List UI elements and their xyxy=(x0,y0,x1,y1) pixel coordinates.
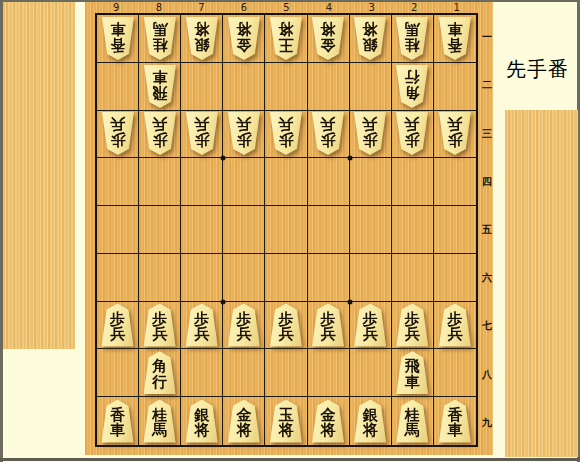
piece-kanji: 歩兵 xyxy=(110,312,125,343)
piece-kanji: 歩兵 xyxy=(278,116,293,147)
cell-2-2[interactable]: 角行 xyxy=(392,63,434,111)
shogi-piece-sente[interactable]: 歩兵 xyxy=(353,304,387,347)
cell-3-2[interactable] xyxy=(350,63,392,111)
piece-kanji: 桂馬 xyxy=(152,21,167,52)
shogi-piece-gote[interactable]: 王将 xyxy=(269,17,303,60)
rank-label-3: 三 xyxy=(479,109,495,157)
shogi-piece-gote[interactable]: 飛車 xyxy=(143,65,177,108)
cell-5-8[interactable] xyxy=(265,349,307,397)
cell-7-1[interactable]: 銀将 xyxy=(181,15,223,63)
piece-body: 歩兵 xyxy=(311,304,345,347)
cell-3-3[interactable]: 歩兵 xyxy=(350,111,392,159)
cell-9-4[interactable] xyxy=(97,158,139,206)
shogi-piece-sente[interactable]: 歩兵 xyxy=(311,304,345,347)
piece-body: 歩兵 xyxy=(395,304,429,347)
cell-1-5[interactable] xyxy=(434,206,476,254)
piece-body: 歩兵 xyxy=(227,304,261,347)
cell-7-9[interactable]: 銀将 xyxy=(181,397,223,445)
gote-komadai xyxy=(3,2,75,349)
shogi-piece-sente[interactable]: 玉将 xyxy=(269,400,303,443)
piece-body: 銀将 xyxy=(185,400,219,443)
piece-body: 歩兵 xyxy=(438,112,472,155)
piece-kanji: 銀将 xyxy=(363,21,378,52)
piece-body: 香車 xyxy=(438,17,472,60)
shogi-piece-gote[interactable]: 歩兵 xyxy=(185,112,219,155)
shogi-piece-gote[interactable]: 香車 xyxy=(438,17,472,60)
piece-body: 歩兵 xyxy=(269,112,303,155)
rank-label-2: 二 xyxy=(479,61,495,109)
piece-kanji: 歩兵 xyxy=(152,116,167,147)
piece-body: 金将 xyxy=(311,17,345,60)
piece-body: 金将 xyxy=(311,400,345,443)
cell-7-6[interactable] xyxy=(181,254,223,302)
shogi-piece-sente[interactable]: 歩兵 xyxy=(438,304,472,347)
piece-kanji: 金将 xyxy=(321,408,336,439)
piece-body: 金将 xyxy=(227,400,261,443)
shogi-piece-sente[interactable]: 歩兵 xyxy=(143,304,177,347)
piece-kanji: 飛車 xyxy=(152,69,167,100)
cell-3-8[interactable] xyxy=(350,349,392,397)
cell-7-4[interactable] xyxy=(181,158,223,206)
shogi-piece-sente[interactable]: 桂馬 xyxy=(395,400,429,443)
hoshi-dot xyxy=(221,156,226,161)
piece-kanji: 歩兵 xyxy=(405,116,420,147)
piece-kanji: 香車 xyxy=(110,21,125,52)
cell-3-6[interactable] xyxy=(350,254,392,302)
cell-9-5[interactable] xyxy=(97,206,139,254)
cell-7-3[interactable]: 歩兵 xyxy=(181,111,223,159)
piece-body: 王将 xyxy=(269,17,303,60)
piece-body: 歩兵 xyxy=(395,112,429,155)
cell-5-6[interactable] xyxy=(265,254,307,302)
shogi-piece-sente[interactable]: 香車 xyxy=(438,400,472,443)
piece-body: 桂馬 xyxy=(143,400,177,443)
piece-kanji: 歩兵 xyxy=(447,312,462,343)
piece-body: 香車 xyxy=(438,400,472,443)
piece-kanji: 歩兵 xyxy=(321,312,336,343)
cell-8-9[interactable]: 桂馬 xyxy=(139,397,181,445)
cell-6-7[interactable]: 歩兵 xyxy=(223,302,265,350)
cell-5-3[interactable]: 歩兵 xyxy=(265,111,307,159)
piece-kanji: 香車 xyxy=(447,21,462,52)
rank-label-6: 六 xyxy=(479,254,495,302)
piece-kanji: 歩兵 xyxy=(321,116,336,147)
cell-7-2[interactable] xyxy=(181,63,223,111)
cell-2-1[interactable]: 桂馬 xyxy=(392,15,434,63)
piece-body: 桂馬 xyxy=(395,400,429,443)
cell-5-2[interactable] xyxy=(265,63,307,111)
shogi-piece-sente[interactable]: 歩兵 xyxy=(185,304,219,347)
cell-6-4[interactable] xyxy=(223,158,265,206)
cell-3-9[interactable]: 銀将 xyxy=(350,397,392,445)
piece-kanji: 歩兵 xyxy=(194,116,209,147)
piece-body: 歩兵 xyxy=(269,304,303,347)
piece-kanji: 歩兵 xyxy=(236,116,251,147)
piece-body: 歩兵 xyxy=(353,112,387,155)
piece-kanji: 金将 xyxy=(236,21,251,52)
board-grid: 香車桂馬銀将金将王将金将銀将桂馬香車飛車角行歩兵歩兵歩兵歩兵歩兵歩兵歩兵歩兵歩兵… xyxy=(95,13,478,447)
shogi-piece-sente[interactable]: 歩兵 xyxy=(269,304,303,347)
cell-4-4[interactable] xyxy=(308,158,350,206)
shogi-piece-gote[interactable]: 歩兵 xyxy=(311,112,345,155)
shogi-board: 987654321 一二三四五六七八九 香車桂馬銀将金将王将金将銀将桂馬香車飛車… xyxy=(85,2,493,455)
cell-3-5[interactable] xyxy=(350,206,392,254)
cell-3-7[interactable]: 歩兵 xyxy=(350,302,392,350)
cell-1-7[interactable]: 歩兵 xyxy=(434,302,476,350)
cell-1-8[interactable] xyxy=(434,349,476,397)
cell-4-6[interactable] xyxy=(308,254,350,302)
cell-8-3[interactable]: 歩兵 xyxy=(139,111,181,159)
cell-5-1[interactable]: 王将 xyxy=(265,15,307,63)
piece-body: 玉将 xyxy=(269,400,303,443)
piece-kanji: 歩兵 xyxy=(194,312,209,343)
cell-1-6[interactable] xyxy=(434,254,476,302)
piece-kanji: 歩兵 xyxy=(405,312,420,343)
shogi-piece-sente[interactable]: 飛車 xyxy=(395,351,429,394)
shogi-piece-sente[interactable]: 香車 xyxy=(101,400,135,443)
cell-8-8[interactable]: 角行 xyxy=(139,349,181,397)
shogi-piece-sente[interactable]: 歩兵 xyxy=(395,304,429,347)
cell-1-3[interactable]: 歩兵 xyxy=(434,111,476,159)
shogi-piece-gote[interactable]: 金将 xyxy=(227,17,261,60)
cell-4-1[interactable]: 金将 xyxy=(308,15,350,63)
shogi-piece-gote[interactable]: 歩兵 xyxy=(395,112,429,155)
piece-kanji: 銀将 xyxy=(194,21,209,52)
piece-body: 歩兵 xyxy=(143,304,177,347)
cell-1-2[interactable] xyxy=(434,63,476,111)
piece-body: 歩兵 xyxy=(185,304,219,347)
cell-9-9[interactable]: 香車 xyxy=(97,397,139,445)
window-frame-bottom xyxy=(0,458,580,461)
cell-2-4[interactable] xyxy=(392,158,434,206)
cell-4-7[interactable]: 歩兵 xyxy=(308,302,350,350)
shogi-piece-sente[interactable]: 銀将 xyxy=(353,400,387,443)
shogi-piece-gote[interactable]: 香車 xyxy=(101,17,135,60)
cell-8-6[interactable] xyxy=(139,254,181,302)
cell-2-7[interactable]: 歩兵 xyxy=(392,302,434,350)
cell-8-1[interactable]: 桂馬 xyxy=(139,15,181,63)
piece-body: 香車 xyxy=(101,400,135,443)
cell-7-7[interactable]: 歩兵 xyxy=(181,302,223,350)
shogi-piece-gote[interactable]: 銀将 xyxy=(353,17,387,60)
cell-2-8[interactable]: 飛車 xyxy=(392,349,434,397)
piece-body: 歩兵 xyxy=(143,112,177,155)
piece-kanji: 金将 xyxy=(236,408,251,439)
piece-body: 飛車 xyxy=(143,65,177,108)
cell-9-6[interactable] xyxy=(97,254,139,302)
rank-label-1: 一 xyxy=(479,13,495,61)
piece-kanji: 銀将 xyxy=(363,408,378,439)
rank-label-5: 五 xyxy=(479,206,495,254)
cell-5-7[interactable]: 歩兵 xyxy=(265,302,307,350)
cell-6-5[interactable] xyxy=(223,206,265,254)
shogi-piece-gote[interactable]: 金将 xyxy=(311,17,345,60)
cell-5-5[interactable] xyxy=(265,206,307,254)
cell-2-3[interactable]: 歩兵 xyxy=(392,111,434,159)
piece-kanji: 玉将 xyxy=(278,408,293,439)
piece-body: 角行 xyxy=(143,351,177,394)
piece-kanji: 銀将 xyxy=(194,408,209,439)
shogi-piece-gote[interactable]: 銀将 xyxy=(185,17,219,60)
piece-kanji: 桂馬 xyxy=(405,21,420,52)
piece-kanji: 桂馬 xyxy=(405,408,420,439)
shogi-piece-sente[interactable]: 銀将 xyxy=(185,400,219,443)
cell-4-3[interactable]: 歩兵 xyxy=(308,111,350,159)
piece-kanji: 香車 xyxy=(447,408,462,439)
piece-kanji: 王将 xyxy=(278,21,293,52)
cell-6-3[interactable]: 歩兵 xyxy=(223,111,265,159)
cell-5-9[interactable]: 玉将 xyxy=(265,397,307,445)
piece-body: 歩兵 xyxy=(438,304,472,347)
cell-8-7[interactable]: 歩兵 xyxy=(139,302,181,350)
shogi-piece-gote[interactable]: 歩兵 xyxy=(438,112,472,155)
cell-6-6[interactable] xyxy=(223,254,265,302)
cell-1-4[interactable] xyxy=(434,158,476,206)
cell-6-2[interactable] xyxy=(223,63,265,111)
piece-kanji: 歩兵 xyxy=(110,116,125,147)
cell-3-4[interactable] xyxy=(350,158,392,206)
shogi-piece-gote[interactable]: 桂馬 xyxy=(143,17,177,60)
piece-body: 銀将 xyxy=(353,400,387,443)
rank-labels: 一二三四五六七八九 xyxy=(479,13,495,447)
cell-1-1[interactable]: 香車 xyxy=(434,15,476,63)
cell-9-8[interactable] xyxy=(97,349,139,397)
piece-kanji: 金将 xyxy=(321,21,336,52)
piece-kanji: 歩兵 xyxy=(152,312,167,343)
piece-body: 飛車 xyxy=(395,351,429,394)
turn-indicator: 先手番 xyxy=(506,57,578,81)
shogi-piece-sente[interactable]: 金将 xyxy=(227,400,261,443)
piece-body: 歩兵 xyxy=(311,112,345,155)
shogi-piece-gote[interactable]: 歩兵 xyxy=(101,112,135,155)
cell-4-2[interactable] xyxy=(308,63,350,111)
cell-5-4[interactable] xyxy=(265,158,307,206)
piece-kanji: 角行 xyxy=(152,359,167,390)
piece-body: 金将 xyxy=(227,17,261,60)
cell-4-8[interactable] xyxy=(308,349,350,397)
shogi-piece-sente[interactable]: 歩兵 xyxy=(227,304,261,347)
cell-6-8[interactable] xyxy=(223,349,265,397)
piece-kanji: 歩兵 xyxy=(278,312,293,343)
rank-label-9: 九 xyxy=(479,399,495,447)
piece-kanji: 歩兵 xyxy=(236,312,251,343)
cell-7-5[interactable] xyxy=(181,206,223,254)
cell-2-9[interactable]: 桂馬 xyxy=(392,397,434,445)
piece-body: 桂馬 xyxy=(395,17,429,60)
piece-body: 歩兵 xyxy=(101,112,135,155)
cell-8-5[interactable] xyxy=(139,206,181,254)
shogi-app-window: 987654321 一二三四五六七八九 香車桂馬銀将金将王将金将銀将桂馬香車飛車… xyxy=(0,0,580,462)
piece-body: 銀将 xyxy=(185,17,219,60)
shogi-piece-sente[interactable]: 桂馬 xyxy=(143,400,177,443)
cell-7-8[interactable] xyxy=(181,349,223,397)
shogi-piece-sente[interactable]: 歩兵 xyxy=(101,304,135,347)
cell-9-7[interactable]: 歩兵 xyxy=(97,302,139,350)
piece-kanji: 歩兵 xyxy=(363,312,378,343)
rank-label-7: 七 xyxy=(479,302,495,350)
piece-body: 桂馬 xyxy=(143,17,177,60)
cell-4-9[interactable]: 金将 xyxy=(308,397,350,445)
piece-body: 銀将 xyxy=(353,17,387,60)
hoshi-dot xyxy=(347,299,352,304)
piece-kanji: 歩兵 xyxy=(447,116,462,147)
shogi-piece-gote[interactable]: 桂馬 xyxy=(395,17,429,60)
piece-body: 歩兵 xyxy=(101,304,135,347)
cell-2-5[interactable] xyxy=(392,206,434,254)
cell-9-1[interactable]: 香車 xyxy=(97,15,139,63)
piece-kanji: 角行 xyxy=(405,69,420,100)
piece-body: 香車 xyxy=(101,17,135,60)
piece-body: 角行 xyxy=(395,65,429,108)
shogi-piece-sente[interactable]: 金将 xyxy=(311,400,345,443)
piece-body: 歩兵 xyxy=(353,304,387,347)
cell-6-9[interactable]: 金将 xyxy=(223,397,265,445)
cell-9-2[interactable] xyxy=(97,63,139,111)
cell-3-1[interactable]: 銀将 xyxy=(350,15,392,63)
piece-kanji: 歩兵 xyxy=(363,116,378,147)
cell-4-5[interactable] xyxy=(308,206,350,254)
piece-kanji: 香車 xyxy=(110,408,125,439)
hoshi-dot xyxy=(221,299,226,304)
piece-kanji: 飛車 xyxy=(405,359,420,390)
shogi-piece-gote[interactable]: 歩兵 xyxy=(269,112,303,155)
cell-8-2[interactable]: 飛車 xyxy=(139,63,181,111)
hoshi-dot xyxy=(347,156,352,161)
rank-label-8: 八 xyxy=(479,351,495,399)
cell-9-3[interactable]: 歩兵 xyxy=(97,111,139,159)
sente-komadai xyxy=(505,110,578,457)
cell-6-1[interactable]: 金将 xyxy=(223,15,265,63)
piece-kanji: 桂馬 xyxy=(152,408,167,439)
piece-body: 歩兵 xyxy=(185,112,219,155)
shogi-piece-gote[interactable]: 歩兵 xyxy=(143,112,177,155)
rank-label-4: 四 xyxy=(479,158,495,206)
shogi-piece-sente[interactable]: 角行 xyxy=(143,351,177,394)
cell-8-4[interactable] xyxy=(139,158,181,206)
cell-1-9[interactable]: 香車 xyxy=(434,397,476,445)
cell-2-6[interactable] xyxy=(392,254,434,302)
shogi-piece-gote[interactable]: 歩兵 xyxy=(353,112,387,155)
shogi-piece-gote[interactable]: 角行 xyxy=(395,65,429,108)
shogi-piece-gote[interactable]: 歩兵 xyxy=(227,112,261,155)
piece-body: 歩兵 xyxy=(227,112,261,155)
